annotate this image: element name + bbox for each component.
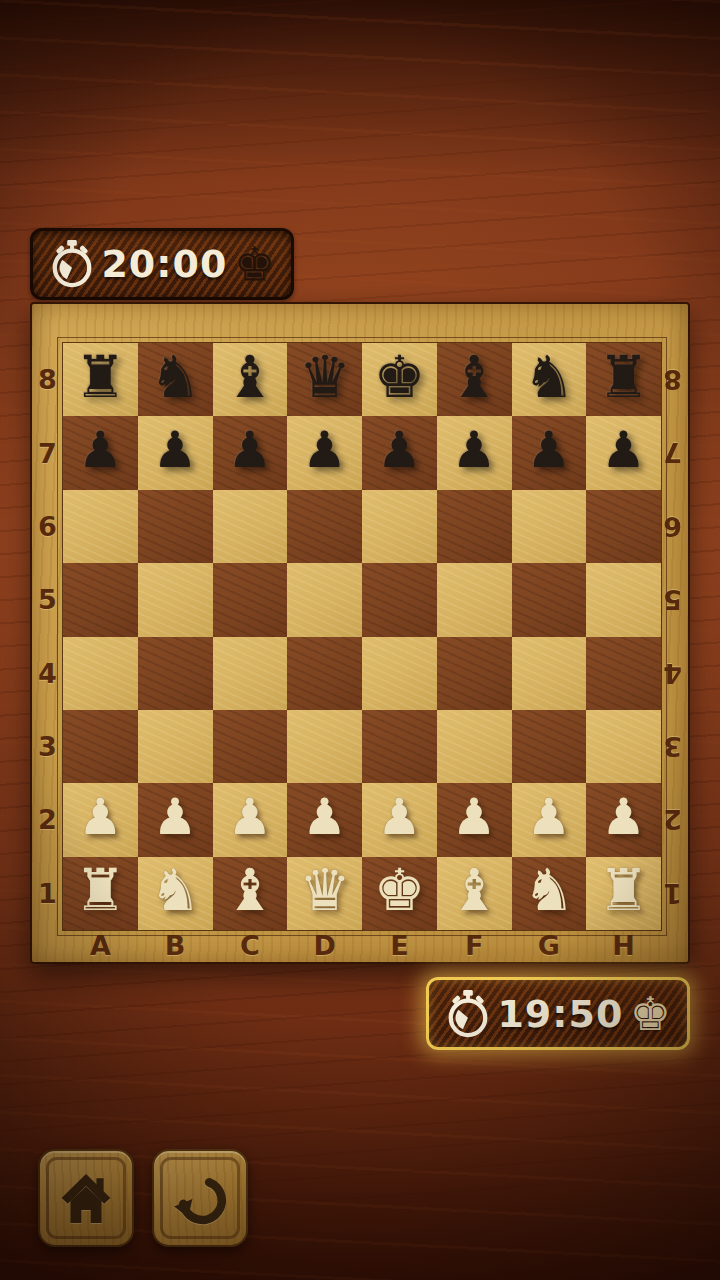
square-d6[interactable] [287, 490, 362, 563]
square-g3[interactable] [512, 710, 587, 783]
rank-label-2-left: 2 [32, 783, 63, 856]
black-queen-d8[interactable]: ♛ [299, 348, 351, 406]
rank-label-8-left: 8 [32, 343, 63, 416]
square-f5[interactable] [437, 563, 512, 636]
black-king-icon: ♚ [234, 241, 275, 287]
square-g6[interactable] [512, 490, 587, 563]
white-pawn-b2[interactable]: ♟ [153, 792, 198, 842]
white-rook-h1[interactable]: ♜ [598, 861, 650, 919]
rank-label-8-right: 8 [657, 343, 688, 416]
black-pawn-h7[interactable]: ♟ [601, 425, 646, 475]
square-g1[interactable]: ♞ [512, 857, 587, 930]
square-b5[interactable] [138, 563, 213, 636]
white-pawn-f2[interactable]: ♟ [452, 792, 497, 842]
black-clock-time: 20:00 [101, 242, 227, 286]
square-d7[interactable]: ♟ [287, 416, 362, 489]
white-pawn-d2[interactable]: ♟ [302, 792, 347, 842]
square-b4[interactable] [138, 637, 213, 710]
square-f3[interactable] [437, 710, 512, 783]
black-knight-b8[interactable]: ♞ [149, 348, 201, 406]
square-g5[interactable] [512, 563, 587, 636]
square-c1[interactable]: ♝ [213, 857, 288, 930]
square-f8[interactable]: ♝ [437, 343, 512, 416]
square-g7[interactable]: ♟ [512, 416, 587, 489]
rank-label-6-right: 6 [657, 490, 688, 563]
square-c3[interactable] [213, 710, 288, 783]
black-pawn-a7[interactable]: ♟ [78, 425, 123, 475]
rank-label-5-right: 5 [657, 563, 688, 636]
square-f1[interactable]: ♝ [437, 857, 512, 930]
rank-labels-right: 87654321 [657, 343, 688, 930]
square-b1[interactable]: ♞ [138, 857, 213, 930]
square-e2[interactable]: ♟ [362, 783, 437, 856]
square-c8[interactable]: ♝ [213, 343, 288, 416]
rank-label-1-right: 1 [657, 857, 688, 930]
file-labels-bottom: ABCDEFGH [63, 928, 661, 962]
square-h4[interactable] [586, 637, 661, 710]
square-g2[interactable]: ♟ [512, 783, 587, 856]
black-clock-panel: 20:00 ♚ [30, 228, 294, 300]
black-rook-h8[interactable]: ♜ [598, 348, 650, 406]
white-pawn-a2[interactable]: ♟ [78, 792, 123, 842]
square-f2[interactable]: ♟ [437, 783, 512, 856]
square-b6[interactable] [138, 490, 213, 563]
square-a1[interactable]: ♜ [63, 857, 138, 930]
black-bishop-c8[interactable]: ♝ [224, 348, 276, 406]
file-label-h: H [586, 928, 661, 962]
square-h8[interactable]: ♜ [586, 343, 661, 416]
white-bishop-c1[interactable]: ♝ [224, 861, 276, 919]
square-c4[interactable] [213, 637, 288, 710]
square-e6[interactable] [362, 490, 437, 563]
home-button-inner [46, 1157, 126, 1239]
white-pawn-h2[interactable]: ♟ [601, 792, 646, 842]
square-h7[interactable]: ♟ [586, 416, 661, 489]
square-g4[interactable] [512, 637, 587, 710]
home-button[interactable] [38, 1149, 134, 1247]
square-b3[interactable] [138, 710, 213, 783]
square-a2[interactable]: ♟ [63, 783, 138, 856]
white-pawn-c2[interactable]: ♟ [227, 792, 272, 842]
square-a8[interactable]: ♜ [63, 343, 138, 416]
black-pawn-e7[interactable]: ♟ [377, 425, 422, 475]
black-rook-a8[interactable]: ♜ [74, 348, 126, 406]
restart-button[interactable] [152, 1149, 248, 1247]
square-e3[interactable] [362, 710, 437, 783]
white-pawn-g2[interactable]: ♟ [526, 792, 571, 842]
black-pawn-d7[interactable]: ♟ [302, 425, 347, 475]
square-d2[interactable]: ♟ [287, 783, 362, 856]
white-bishop-f1[interactable]: ♝ [448, 861, 500, 919]
square-a7[interactable]: ♟ [63, 416, 138, 489]
rank-label-4-right: 4 [657, 637, 688, 710]
restart-icon [172, 1170, 228, 1226]
square-h2[interactable]: ♟ [586, 783, 661, 856]
file-label-b: B [138, 928, 213, 962]
restart-button-inner [160, 1157, 240, 1239]
square-e1[interactable]: ♚ [362, 857, 437, 930]
white-clock-time: 19:50 [497, 992, 623, 1036]
black-pawn-c7[interactable]: ♟ [227, 425, 272, 475]
square-h3[interactable] [586, 710, 661, 783]
square-f7[interactable]: ♟ [437, 416, 512, 489]
board-squares: ♜♞♝♛♚♝♞♜♟♟♟♟♟♟♟♟♟♟♟♟♟♟♟♟♜♞♝♛♚♝♞♜ [63, 343, 661, 930]
home-icon [59, 1171, 113, 1225]
rank-label-7-right: 7 [657, 416, 688, 489]
black-bishop-f8[interactable]: ♝ [448, 348, 500, 406]
file-label-g: G [512, 928, 587, 962]
square-d8[interactable]: ♛ [287, 343, 362, 416]
rank-label-2-right: 2 [657, 783, 688, 856]
file-label-a: A [63, 928, 138, 962]
square-g8[interactable]: ♞ [512, 343, 587, 416]
file-label-d: D [287, 928, 362, 962]
white-clock-panel: 19:50 ♚ [426, 977, 690, 1050]
rank-label-5-left: 5 [32, 563, 63, 636]
white-rook-a1[interactable]: ♜ [74, 861, 126, 919]
square-b8[interactable]: ♞ [138, 343, 213, 416]
white-knight-g1[interactable]: ♞ [523, 861, 575, 919]
square-e4[interactable] [362, 637, 437, 710]
white-king-icon: ♚ [630, 991, 671, 1037]
black-pawn-b7[interactable]: ♟ [153, 425, 198, 475]
square-d5[interactable] [287, 563, 362, 636]
file-label-c: C [213, 928, 288, 962]
square-h6[interactable] [586, 490, 661, 563]
square-f4[interactable] [437, 637, 512, 710]
square-h5[interactable] [586, 563, 661, 636]
white-queen-d1[interactable]: ♛ [299, 861, 351, 919]
rank-label-1-left: 1 [32, 857, 63, 930]
rank-label-3-right: 3 [657, 710, 688, 783]
square-c2[interactable]: ♟ [213, 783, 288, 856]
square-a5[interactable] [63, 563, 138, 636]
file-label-f: F [437, 928, 512, 962]
square-b2[interactable]: ♟ [138, 783, 213, 856]
square-c5[interactable] [213, 563, 288, 636]
black-pawn-g7[interactable]: ♟ [526, 425, 571, 475]
square-d1[interactable]: ♛ [287, 857, 362, 930]
square-e8[interactable]: ♚ [362, 343, 437, 416]
square-h1[interactable]: ♜ [586, 857, 661, 930]
square-a3[interactable] [63, 710, 138, 783]
rank-label-4-left: 4 [32, 637, 63, 710]
square-a6[interactable] [63, 490, 138, 563]
square-c7[interactable]: ♟ [213, 416, 288, 489]
rank-label-6-left: 6 [32, 490, 63, 563]
square-a4[interactable] [63, 637, 138, 710]
square-d4[interactable] [287, 637, 362, 710]
white-king-e1[interactable]: ♚ [373, 861, 425, 919]
black-king-e8[interactable]: ♚ [373, 348, 425, 406]
stopwatch-icon [445, 989, 491, 1039]
rank-labels-left: 87654321 [32, 343, 63, 930]
square-e7[interactable]: ♟ [362, 416, 437, 489]
white-pawn-e2[interactable]: ♟ [377, 792, 422, 842]
square-f6[interactable] [437, 490, 512, 563]
black-pawn-f7[interactable]: ♟ [452, 425, 497, 475]
square-c6[interactable] [213, 490, 288, 563]
square-d3[interactable] [287, 710, 362, 783]
rank-label-3-left: 3 [32, 710, 63, 783]
file-label-e: E [362, 928, 437, 962]
chess-board: 87654321 87654321 ABCDEFGH ♜♞♝♛♚♝♞♜♟♟♟♟♟… [30, 302, 690, 964]
square-b7[interactable]: ♟ [138, 416, 213, 489]
black-knight-g8[interactable]: ♞ [523, 348, 575, 406]
white-knight-b1[interactable]: ♞ [149, 861, 201, 919]
stopwatch-icon [49, 239, 95, 289]
square-e5[interactable] [362, 563, 437, 636]
rank-label-7-left: 7 [32, 416, 63, 489]
